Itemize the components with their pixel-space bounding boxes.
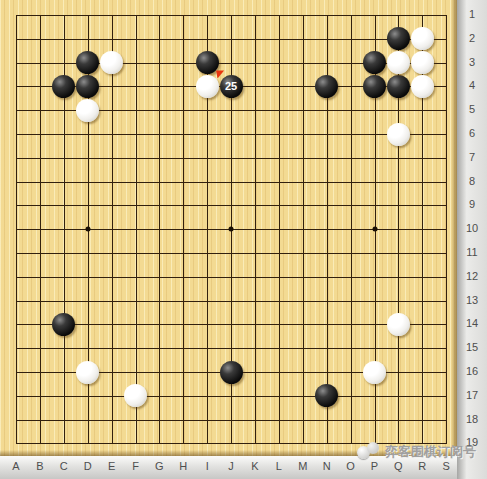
go-board[interactable]: 25 bbox=[0, 0, 457, 456]
column-label-J: J bbox=[228, 460, 234, 472]
row-label-1: 1 bbox=[460, 8, 484, 20]
star-point-J10 bbox=[229, 227, 234, 232]
column-label-I: I bbox=[206, 460, 209, 472]
stone-white-I4 bbox=[196, 75, 219, 98]
grid-line-row-18 bbox=[16, 420, 447, 421]
move-number-label: 25 bbox=[220, 75, 243, 98]
grid-line-row-11 bbox=[16, 253, 447, 254]
column-label-C: C bbox=[60, 460, 68, 472]
column-label-B: B bbox=[36, 460, 43, 472]
row-label-15: 15 bbox=[460, 341, 484, 353]
grid-line-col-S bbox=[446, 15, 447, 444]
watermark-text: 弈客围棋订阅号 bbox=[385, 443, 476, 461]
column-label-D: D bbox=[84, 460, 92, 472]
grid-line-row-17 bbox=[16, 396, 447, 397]
stone-black-D3 bbox=[76, 51, 99, 74]
stone-white-Q14 bbox=[387, 313, 410, 336]
stone-white-P16 bbox=[363, 361, 386, 384]
column-label-F: F bbox=[132, 460, 139, 472]
watermark: 弈客围棋订阅号 bbox=[356, 441, 476, 463]
stone-white-R3 bbox=[411, 51, 434, 74]
stone-white-Q3 bbox=[387, 51, 410, 74]
stone-black-J16 bbox=[220, 361, 243, 384]
stone-black-Q4 bbox=[387, 75, 410, 98]
stone-white-D5 bbox=[76, 99, 99, 122]
row-label-8: 8 bbox=[460, 175, 484, 187]
stone-black-J4: 25 bbox=[220, 75, 243, 98]
stone-black-C4 bbox=[52, 75, 75, 98]
row-label-7: 7 bbox=[460, 151, 484, 163]
column-label-O: O bbox=[346, 460, 355, 472]
row-label-16: 16 bbox=[460, 365, 484, 377]
grid-line-row-14 bbox=[16, 324, 447, 325]
grid-line-col-M bbox=[303, 15, 304, 444]
stone-white-F17 bbox=[124, 384, 147, 407]
stone-black-N4 bbox=[315, 75, 338, 98]
stone-black-D4 bbox=[76, 75, 99, 98]
stone-black-Q2 bbox=[387, 27, 410, 50]
stone-black-N17 bbox=[315, 384, 338, 407]
stone-white-E3 bbox=[100, 51, 123, 74]
column-label-G: G bbox=[155, 460, 164, 472]
row-label-17: 17 bbox=[460, 389, 484, 401]
grid-line-row-12 bbox=[16, 277, 447, 278]
stone-white-R2 bbox=[411, 27, 434, 50]
stone-white-D16 bbox=[76, 361, 99, 384]
grid-line-col-O bbox=[351, 15, 352, 444]
row-label-13: 13 bbox=[460, 294, 484, 306]
row-label-18: 18 bbox=[460, 413, 484, 425]
column-label-K: K bbox=[251, 460, 258, 472]
row-label-12: 12 bbox=[460, 270, 484, 282]
stone-black-I3 bbox=[196, 51, 219, 74]
stone-black-P4 bbox=[363, 75, 386, 98]
row-label-14: 14 bbox=[460, 317, 484, 329]
stone-white-R4 bbox=[411, 75, 434, 98]
grid-line-row-13 bbox=[16, 301, 447, 302]
column-label-A: A bbox=[12, 460, 19, 472]
row-label-3: 3 bbox=[460, 56, 484, 68]
row-label-5: 5 bbox=[460, 103, 484, 115]
row-label-11: 11 bbox=[460, 246, 484, 258]
column-label-E: E bbox=[108, 460, 115, 472]
row-label-2: 2 bbox=[460, 32, 484, 44]
stone-white-Q6 bbox=[387, 123, 410, 146]
row-label-6: 6 bbox=[460, 127, 484, 139]
column-label-M: M bbox=[298, 460, 307, 472]
column-label-N: N bbox=[323, 460, 331, 472]
go-diagram-screen: 25 12345678910111213141516171819 ABCDEFG… bbox=[0, 0, 487, 479]
star-point-P10 bbox=[372, 227, 377, 232]
stone-black-C14 bbox=[52, 313, 75, 336]
column-label-L: L bbox=[276, 460, 282, 472]
column-label-H: H bbox=[179, 460, 187, 472]
grid-line-col-L bbox=[279, 15, 280, 444]
row-label-10: 10 bbox=[460, 222, 484, 234]
row-labels-strip: 12345678910111213141516171819 bbox=[457, 0, 487, 479]
star-point-D10 bbox=[85, 227, 90, 232]
row-label-9: 9 bbox=[460, 198, 484, 210]
grid-line-col-K bbox=[255, 15, 256, 444]
row-label-4: 4 bbox=[460, 79, 484, 91]
stone-black-P3 bbox=[363, 51, 386, 74]
yike-logo-icon bbox=[356, 442, 382, 462]
grid-line-row-15 bbox=[16, 348, 447, 349]
